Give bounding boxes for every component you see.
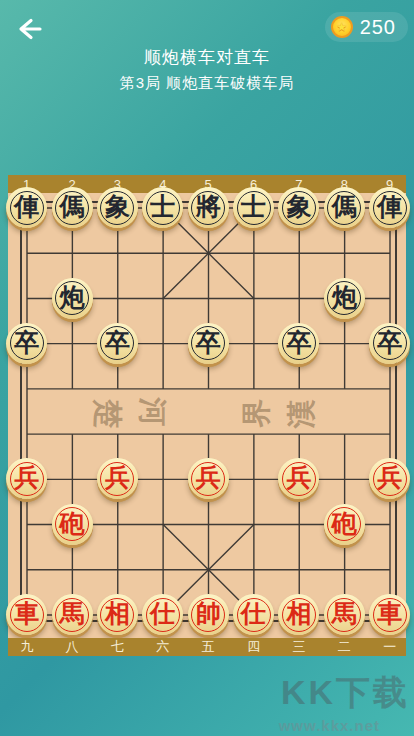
board-point-r4c2[interactable] [49, 366, 94, 411]
piece-glyph: 相 [286, 601, 311, 626]
piece-glyph: 仕 [241, 601, 266, 626]
piece-red-elephant[interactable]: 相 [278, 594, 319, 635]
board-point-r5c5[interactable] [186, 411, 231, 456]
board-point-r7c3[interactable] [95, 502, 140, 547]
board-point-r3c5[interactable]: 卒 [186, 321, 231, 366]
board-point-r7c4[interactable] [140, 502, 185, 547]
board-point-r0c2[interactable]: 傌 [49, 185, 94, 230]
piece-black-advisor[interactable]: 士 [142, 187, 183, 228]
piece-black-soldier[interactable]: 卒 [369, 323, 410, 364]
board-point-r9c1[interactable]: 車 [4, 592, 49, 637]
board-point-r7c7[interactable] [276, 502, 321, 547]
board-point-r1c3[interactable] [95, 230, 140, 275]
board-point-r4c5[interactable] [186, 366, 231, 411]
board-point-r2c2[interactable]: 炮 [49, 275, 94, 320]
file-label-bottom-2: 八 [49, 638, 94, 656]
piece-black-soldier[interactable]: 卒 [278, 323, 319, 364]
board-point-r2c3[interactable] [95, 275, 140, 320]
board-point-r8c1[interactable] [4, 547, 49, 592]
watermark-url: www.kkx.net [279, 717, 380, 734]
board-point-r0c8[interactable]: 傌 [322, 185, 367, 230]
piece-glyph: 傌 [60, 194, 85, 219]
piece-glyph: 兵 [196, 465, 221, 490]
piece-glyph: 兵 [14, 465, 39, 490]
board-point-r0c5[interactable]: 將 [186, 185, 231, 230]
board-point-r3c9[interactable]: 卒 [367, 321, 412, 366]
board-point-r6c5[interactable]: 兵 [186, 456, 231, 501]
coin-count: 250 [360, 16, 396, 39]
piece-red-horse[interactable]: 馬 [324, 594, 365, 635]
board-point-r7c1[interactable] [4, 502, 49, 547]
board-point-r1c1[interactable] [4, 230, 49, 275]
board-point-r9c3[interactable]: 相 [95, 592, 140, 637]
back-arrow-icon [16, 18, 42, 40]
piece-glyph: 兵 [105, 465, 130, 490]
board-point-r1c9[interactable] [367, 230, 412, 275]
board-point-r2c4[interactable] [140, 275, 185, 320]
board-point-r1c4[interactable] [140, 230, 185, 275]
board-point-r6c3[interactable]: 兵 [95, 456, 140, 501]
board-point-r4c8[interactable] [322, 366, 367, 411]
piece-red-soldier[interactable]: 兵 [6, 458, 47, 499]
board-point-r2c1[interactable] [4, 275, 49, 320]
file-label-bottom-1: 九 [8, 638, 49, 656]
piece-glyph: 俥 [14, 194, 39, 219]
board-point-r1c2[interactable] [49, 230, 94, 275]
board-point-r4c4[interactable] [140, 366, 185, 411]
board-point-r4c9[interactable] [367, 366, 412, 411]
app-screen: ★ 250 顺炮横车对直车 第3局 顺炮直车破横车局 123456789 楚 河… [0, 0, 414, 736]
board-point-r6c7[interactable]: 兵 [276, 456, 321, 501]
piece-glyph: 炮 [60, 285, 85, 310]
piece-glyph: 俥 [377, 194, 402, 219]
board-point-r1c5[interactable] [186, 230, 231, 275]
file-label-bottom-8: 二 [322, 638, 367, 656]
piece-glyph: 傌 [332, 194, 357, 219]
piece-red-soldier[interactable]: 兵 [97, 458, 138, 499]
board-point-r4c1[interactable] [4, 366, 49, 411]
board-point-r7c5[interactable] [186, 502, 231, 547]
board-point-r5c4[interactable] [140, 411, 185, 456]
piece-glyph: 砲 [332, 511, 357, 536]
piece-red-cannon[interactable]: 砲 [52, 504, 93, 545]
board-point-r9c8[interactable]: 馬 [322, 592, 367, 637]
file-label-bottom-6: 四 [231, 638, 276, 656]
board-point-r6c2[interactable] [49, 456, 94, 501]
board-point-r2c5[interactable] [186, 275, 231, 320]
board-point-r2c9[interactable] [367, 275, 412, 320]
piece-glyph: 卒 [377, 330, 402, 355]
board-play-area: 楚 河 界 漢 俥傌象士將士象傌俥炮炮卒卒卒卒卒兵兵兵兵兵砲砲車馬相仕帥仕相馬車 [8, 193, 406, 638]
piece-black-soldier[interactable]: 卒 [6, 323, 47, 364]
board-point-r3c7[interactable]: 卒 [276, 321, 321, 366]
board-point-r6c6[interactable] [231, 456, 276, 501]
board-point-r7c8[interactable]: 砲 [322, 502, 367, 547]
board-point-r1c8[interactable] [322, 230, 367, 275]
board-point-r3c4[interactable] [140, 321, 185, 366]
piece-black-chariot[interactable]: 俥 [6, 187, 47, 228]
piece-glyph: 卒 [105, 330, 130, 355]
piece-red-elephant[interactable]: 相 [97, 594, 138, 635]
board-point-r7c6[interactable] [231, 502, 276, 547]
coin-balance-pill[interactable]: ★ 250 [325, 12, 408, 42]
piece-red-soldier[interactable]: 兵 [369, 458, 410, 499]
coin-icon: ★ [331, 16, 353, 38]
piece-glyph: 砲 [60, 511, 85, 536]
board-point-r5c2[interactable] [49, 411, 94, 456]
file-label-bottom-4: 六 [140, 638, 185, 656]
file-label-bottom-7: 三 [276, 638, 321, 656]
board-point-r1c7[interactable] [276, 230, 321, 275]
piece-glyph: 仕 [150, 601, 175, 626]
board-point-r4c3[interactable] [95, 366, 140, 411]
piece-black-general[interactable]: 將 [188, 187, 229, 228]
piece-black-elephant[interactable]: 象 [97, 187, 138, 228]
board-point-r9c9[interactable]: 車 [367, 592, 412, 637]
piece-glyph: 車 [14, 601, 39, 626]
back-button[interactable] [12, 14, 46, 44]
page-subtitle: 第3局 顺炮直车破横车局 [0, 74, 414, 93]
xiangqi-board: 123456789 楚 河 界 漢 俥傌象士將士象傌俥炮炮卒卒卒卒卒兵兵兵兵兵砲… [8, 175, 406, 656]
piece-glyph: 象 [286, 194, 311, 219]
piece-glyph: 兵 [286, 465, 311, 490]
piece-red-soldier[interactable]: 兵 [278, 458, 319, 499]
board-point-r6c4[interactable] [140, 456, 185, 501]
board-point-r8c5[interactable] [186, 547, 231, 592]
piece-black-elephant[interactable]: 象 [278, 187, 319, 228]
board-point-r0c6[interactable]: 士 [231, 185, 276, 230]
board-point-r0c1[interactable]: 俥 [4, 185, 49, 230]
piece-red-chariot[interactable]: 車 [369, 594, 410, 635]
board-point-r6c8[interactable] [322, 456, 367, 501]
piece-red-advisor[interactable]: 仕 [142, 594, 183, 635]
board-point-r8c2[interactable] [49, 547, 94, 592]
file-label-bottom-9: 一 [367, 638, 406, 656]
bottom-coordinate-strip: 九八七六五四三二一 [8, 638, 406, 656]
piece-glyph: 炮 [332, 285, 357, 310]
board-point-r8c9[interactable] [367, 547, 412, 592]
board-point-r6c1[interactable]: 兵 [4, 456, 49, 501]
board-point-r2c7[interactable] [276, 275, 321, 320]
piece-black-cannon[interactable]: 炮 [52, 278, 93, 319]
piece-glyph: 象 [105, 194, 130, 219]
piece-red-soldier[interactable]: 兵 [188, 458, 229, 499]
piece-glyph: 士 [241, 194, 266, 219]
board-point-r5c7[interactable] [276, 411, 321, 456]
board-point-r5c6[interactable] [231, 411, 276, 456]
piece-red-cannon[interactable]: 砲 [324, 504, 365, 545]
board-point-r8c6[interactable] [231, 547, 276, 592]
board-point-r1c6[interactable] [231, 230, 276, 275]
board-point-r9c7[interactable]: 相 [276, 592, 321, 637]
page-title: 顺炮横车对直车 [0, 46, 414, 69]
board-point-r0c4[interactable]: 士 [140, 185, 185, 230]
board-point-r0c3[interactable]: 象 [95, 185, 140, 230]
board-point-r8c4[interactable] [140, 547, 185, 592]
piece-glyph: 卒 [196, 330, 221, 355]
piece-red-chariot[interactable]: 車 [6, 594, 47, 635]
board-point-r4c6[interactable] [231, 366, 276, 411]
piece-red-horse[interactable]: 馬 [52, 594, 93, 635]
board-point-r5c1[interactable] [4, 411, 49, 456]
file-label-bottom-3: 七 [95, 638, 140, 656]
piece-black-soldier[interactable]: 卒 [97, 323, 138, 364]
piece-glyph: 兵 [377, 465, 402, 490]
board-point-r9c5[interactable]: 帥 [186, 592, 231, 637]
board-point-r8c8[interactable] [322, 547, 367, 592]
piece-black-horse[interactable]: 傌 [324, 187, 365, 228]
piece-black-horse[interactable]: 傌 [52, 187, 93, 228]
watermark-logo: KK下载 [281, 670, 410, 716]
board-point-r4c7[interactable] [276, 366, 321, 411]
piece-red-advisor[interactable]: 仕 [233, 594, 274, 635]
board-point-r2c8[interactable]: 炮 [322, 275, 367, 320]
board-point-r5c9[interactable] [367, 411, 412, 456]
file-label-bottom-5: 五 [186, 638, 231, 656]
board-point-r6c9[interactable]: 兵 [367, 456, 412, 501]
piece-black-cannon[interactable]: 炮 [324, 278, 365, 319]
piece-black-advisor[interactable]: 士 [233, 187, 274, 228]
piece-glyph: 馬 [332, 601, 357, 626]
piece-red-general[interactable]: 帥 [188, 594, 229, 635]
board-point-r9c2[interactable]: 馬 [49, 592, 94, 637]
piece-glyph: 車 [377, 601, 402, 626]
piece-glyph: 卒 [14, 330, 39, 355]
board-point-r2c6[interactable] [231, 275, 276, 320]
piece-black-soldier[interactable]: 卒 [188, 323, 229, 364]
board-point-r9c6[interactable]: 仕 [231, 592, 276, 637]
board-point-r8c3[interactable] [95, 547, 140, 592]
board-point-r7c9[interactable] [367, 502, 412, 547]
board-point-r3c1[interactable]: 卒 [4, 321, 49, 366]
board-point-r3c8[interactable] [322, 321, 367, 366]
piece-glyph: 相 [105, 601, 130, 626]
board-point-r7c2[interactable]: 砲 [49, 502, 94, 547]
board-point-r3c6[interactable] [231, 321, 276, 366]
board-point-r5c3[interactable] [95, 411, 140, 456]
piece-glyph: 帥 [196, 601, 221, 626]
board-point-r3c2[interactable] [49, 321, 94, 366]
piece-glyph: 將 [196, 194, 221, 219]
board-point-r0c9[interactable]: 俥 [367, 185, 412, 230]
piece-glyph: 卒 [286, 330, 311, 355]
piece-black-chariot[interactable]: 俥 [369, 187, 410, 228]
board-point-r5c8[interactable] [322, 411, 367, 456]
piece-glyph: 士 [150, 194, 175, 219]
board-point-r3c3[interactable]: 卒 [95, 321, 140, 366]
piece-glyph: 馬 [60, 601, 85, 626]
board-point-r8c7[interactable] [276, 547, 321, 592]
board-point-r9c4[interactable]: 仕 [140, 592, 185, 637]
board-point-r0c7[interactable]: 象 [276, 185, 321, 230]
